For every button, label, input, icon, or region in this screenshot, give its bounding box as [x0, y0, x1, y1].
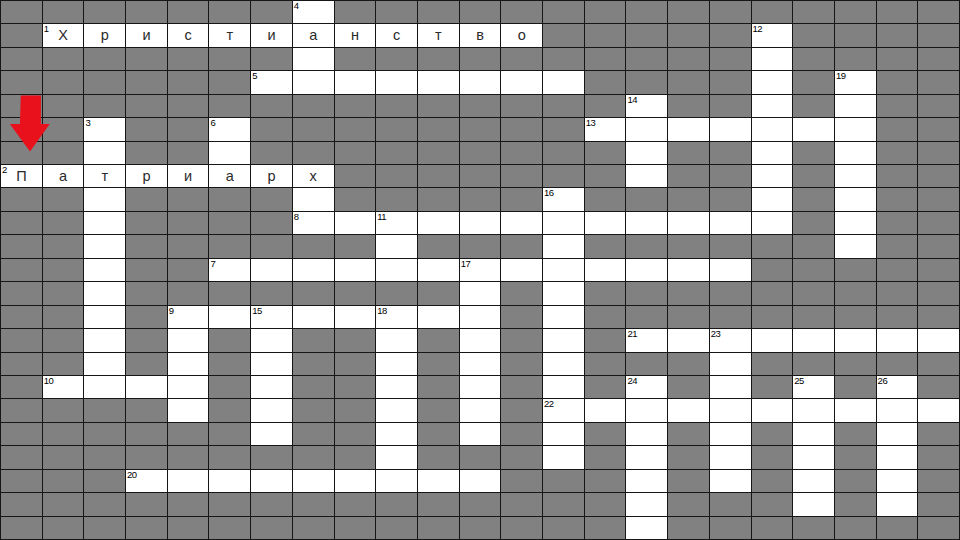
grid-cell[interactable] — [84, 353, 126, 376]
block-cell — [251, 493, 293, 516]
grid-cell[interactable] — [376, 399, 418, 422]
block-cell — [710, 24, 752, 47]
grid-cell[interactable] — [543, 306, 585, 329]
block-cell — [43, 235, 85, 258]
grid-cell[interactable] — [752, 71, 794, 94]
grid-cell[interactable] — [835, 212, 877, 235]
grid-cell[interactable] — [877, 399, 919, 422]
grid-cell[interactable]: т — [84, 165, 126, 188]
block-cell — [251, 282, 293, 305]
block-cell — [418, 399, 460, 422]
block-cell — [626, 306, 668, 329]
block-cell — [918, 235, 960, 258]
block-cell — [460, 118, 502, 141]
grid-cell[interactable]: 24 — [626, 376, 668, 399]
grid-cell[interactable]: т — [209, 24, 251, 47]
block-cell — [126, 235, 168, 258]
grid-cell[interactable] — [626, 423, 668, 446]
block-cell — [84, 423, 126, 446]
grid-cell[interactable] — [668, 118, 710, 141]
grid-cell[interactable] — [335, 259, 377, 282]
grid-cell[interactable] — [84, 235, 126, 258]
grid-cell[interactable] — [835, 329, 877, 352]
grid-cell[interactable]: х — [293, 165, 335, 188]
block-cell — [418, 329, 460, 352]
block-cell — [335, 493, 377, 516]
grid-cell[interactable] — [835, 142, 877, 165]
clue-number: 16 — [544, 188, 554, 198]
block-cell — [43, 493, 85, 516]
cell-letter: т — [209, 24, 250, 46]
grid-cell[interactable]: с — [376, 24, 418, 47]
block-cell — [918, 142, 960, 165]
block-cell — [43, 48, 85, 71]
grid-cell[interactable] — [543, 423, 585, 446]
block-cell — [126, 282, 168, 305]
grid-cell[interactable] — [376, 235, 418, 258]
block-cell — [293, 399, 335, 422]
grid-cell[interactable]: 13 — [585, 118, 627, 141]
block-cell — [543, 1, 585, 24]
block-cell — [626, 24, 668, 47]
block-cell — [43, 71, 85, 94]
grid-cell[interactable]: 6 — [209, 118, 251, 141]
grid-cell[interactable]: и — [168, 165, 210, 188]
block-cell — [376, 282, 418, 305]
grid-cell[interactable] — [626, 165, 668, 188]
grid-cell[interactable] — [793, 423, 835, 446]
block-cell — [335, 142, 377, 165]
grid-cell[interactable] — [543, 376, 585, 399]
grid-cell[interactable] — [710, 353, 752, 376]
grid-cell[interactable] — [168, 353, 210, 376]
block-cell — [43, 517, 85, 540]
grid-cell[interactable] — [251, 329, 293, 352]
block-cell — [626, 353, 668, 376]
grid-cell[interactable]: 3 — [84, 118, 126, 141]
block-cell — [918, 376, 960, 399]
cell-letter: р — [251, 165, 292, 187]
grid-cell[interactable] — [501, 212, 543, 235]
block-cell — [585, 376, 627, 399]
grid-cell[interactable] — [585, 259, 627, 282]
grid-cell[interactable] — [877, 493, 919, 516]
block-cell — [335, 165, 377, 188]
grid-cell[interactable]: 1Х — [43, 24, 85, 47]
block-cell — [293, 353, 335, 376]
grid-cell[interactable]: т — [418, 24, 460, 47]
grid-cell[interactable] — [168, 329, 210, 352]
block-cell — [752, 306, 794, 329]
grid-cell[interactable] — [793, 118, 835, 141]
grid-cell[interactable] — [710, 446, 752, 469]
grid-cell[interactable] — [376, 423, 418, 446]
grid-cell[interactable] — [877, 446, 919, 469]
grid-cell[interactable] — [460, 399, 502, 422]
block-cell — [84, 1, 126, 24]
grid-cell[interactable]: 12 — [752, 24, 794, 47]
block-cell — [668, 446, 710, 469]
block-cell — [126, 493, 168, 516]
block-cell — [126, 306, 168, 329]
grid-cell[interactable] — [710, 376, 752, 399]
grid-cell[interactable] — [752, 142, 794, 165]
grid-cell[interactable] — [710, 259, 752, 282]
block-cell — [543, 142, 585, 165]
clue-number: 5 — [252, 71, 257, 81]
grid-cell[interactable] — [710, 470, 752, 493]
grid-cell[interactable] — [543, 212, 585, 235]
grid-cell[interactable] — [460, 282, 502, 305]
block-cell — [752, 235, 794, 258]
grid-cell[interactable] — [418, 470, 460, 493]
block-cell — [335, 48, 377, 71]
block-cell — [376, 142, 418, 165]
grid-cell[interactable] — [335, 470, 377, 493]
grid-cell[interactable] — [84, 376, 126, 399]
grid-cell[interactable] — [585, 399, 627, 422]
grid-cell[interactable]: 2П — [1, 165, 43, 188]
block-cell — [918, 48, 960, 71]
grid-cell[interactable]: и — [126, 24, 168, 47]
block-cell — [1, 71, 43, 94]
block-cell — [835, 24, 877, 47]
block-cell — [668, 423, 710, 446]
grid-cell[interactable]: 9 — [168, 306, 210, 329]
grid-cell[interactable] — [543, 235, 585, 258]
block-cell — [918, 165, 960, 188]
grid-cell[interactable] — [376, 446, 418, 469]
block-cell — [501, 470, 543, 493]
block-cell — [918, 423, 960, 446]
grid-cell[interactable] — [376, 376, 418, 399]
cell-letter: р — [126, 165, 167, 187]
grid-cell[interactable] — [835, 165, 877, 188]
grid-cell[interactable] — [168, 399, 210, 422]
block-cell — [43, 118, 85, 141]
grid-cell[interactable]: 7 — [209, 259, 251, 282]
grid-cell[interactable] — [543, 446, 585, 469]
block-cell — [1, 517, 43, 540]
grid-cell[interactable]: 5 — [251, 71, 293, 94]
grid-cell[interactable] — [543, 71, 585, 94]
grid-cell[interactable] — [418, 306, 460, 329]
grid-cell[interactable]: 19 — [835, 71, 877, 94]
grid-cell[interactable] — [668, 212, 710, 235]
block-cell — [585, 1, 627, 24]
grid-cell[interactable] — [501, 71, 543, 94]
grid-cell[interactable] — [835, 188, 877, 211]
grid-cell[interactable] — [626, 399, 668, 422]
grid-cell[interactable] — [752, 95, 794, 118]
grid-cell[interactable] — [543, 259, 585, 282]
grid-cell[interactable]: р — [251, 165, 293, 188]
grid-cell[interactable]: 4 — [293, 1, 335, 24]
grid-cell[interactable] — [626, 212, 668, 235]
block-cell — [793, 48, 835, 71]
grid-cell[interactable] — [460, 376, 502, 399]
block-cell — [877, 282, 919, 305]
grid-cell[interactable]: 10 — [43, 376, 85, 399]
block-cell — [793, 71, 835, 94]
grid-cell[interactable] — [460, 470, 502, 493]
block-cell — [877, 48, 919, 71]
grid-cell[interactable] — [626, 446, 668, 469]
grid-cell[interactable] — [293, 71, 335, 94]
grid-cell[interactable] — [209, 142, 251, 165]
grid-cell[interactable] — [793, 329, 835, 352]
block-cell — [501, 306, 543, 329]
grid-cell[interactable] — [251, 376, 293, 399]
grid-cell[interactable] — [84, 142, 126, 165]
grid-cell[interactable]: 18 — [376, 306, 418, 329]
block-cell — [501, 399, 543, 422]
grid-cell[interactable] — [543, 329, 585, 352]
grid-cell[interactable] — [460, 329, 502, 352]
grid-cell[interactable] — [418, 212, 460, 235]
clue-number: 3 — [85, 118, 90, 128]
block-cell — [460, 142, 502, 165]
grid-cell[interactable]: а — [43, 165, 85, 188]
grid-cell[interactable] — [793, 470, 835, 493]
grid-cell[interactable] — [418, 259, 460, 282]
grid-cell[interactable] — [84, 306, 126, 329]
grid-cell[interactable] — [668, 329, 710, 352]
grid-cell[interactable] — [543, 353, 585, 376]
grid-cell[interactable]: 14 — [626, 95, 668, 118]
grid-cell[interactable] — [626, 470, 668, 493]
grid-cell[interactable] — [293, 188, 335, 211]
grid-cell[interactable]: 16 — [543, 188, 585, 211]
grid-cell[interactable] — [251, 353, 293, 376]
grid-cell[interactable] — [376, 353, 418, 376]
grid-cell[interactable] — [335, 71, 377, 94]
clue-number: 11 — [377, 212, 386, 222]
grid-cell[interactable] — [460, 306, 502, 329]
grid-cell[interactable] — [460, 71, 502, 94]
grid-cell[interactable] — [460, 423, 502, 446]
block-cell — [501, 165, 543, 188]
grid-cell[interactable]: н — [335, 24, 377, 47]
block-cell — [418, 188, 460, 211]
grid-cell[interactable]: 11 — [376, 212, 418, 235]
grid-cell[interactable] — [293, 306, 335, 329]
block-cell — [43, 446, 85, 469]
grid-cell[interactable] — [251, 399, 293, 422]
block-cell — [43, 306, 85, 329]
grid-cell[interactable]: а — [209, 165, 251, 188]
block-cell — [209, 517, 251, 540]
grid-cell[interactable] — [84, 212, 126, 235]
clue-number: 20 — [127, 470, 137, 480]
block-cell — [501, 329, 543, 352]
grid-cell[interactable] — [752, 329, 794, 352]
grid-cell[interactable] — [376, 71, 418, 94]
grid-cell[interactable] — [293, 259, 335, 282]
block-cell — [293, 142, 335, 165]
grid-cell[interactable] — [752, 399, 794, 422]
grid-cell[interactable] — [793, 446, 835, 469]
block-cell — [918, 493, 960, 516]
grid-cell[interactable] — [918, 399, 960, 422]
block-cell — [668, 235, 710, 258]
block-cell — [460, 1, 502, 24]
grid-cell[interactable] — [293, 470, 335, 493]
grid-cell[interactable] — [501, 259, 543, 282]
grid-cell[interactable]: 21 — [626, 329, 668, 352]
grid-cell[interactable]: 8 — [293, 212, 335, 235]
grid-cell[interactable] — [710, 212, 752, 235]
grid-cell[interactable]: 20 — [126, 470, 168, 493]
grid-cell[interactable] — [752, 188, 794, 211]
grid-cell[interactable] — [293, 48, 335, 71]
block-cell — [418, 517, 460, 540]
grid-cell[interactable] — [543, 282, 585, 305]
cell-letter: и — [168, 165, 209, 187]
grid-cell[interactable] — [126, 376, 168, 399]
cell-letter: н — [335, 24, 376, 46]
block-cell — [418, 48, 460, 71]
grid-cell[interactable]: с — [168, 24, 210, 47]
block-cell — [293, 423, 335, 446]
block-cell — [209, 446, 251, 469]
clue-number: 9 — [169, 306, 174, 316]
grid-cell[interactable] — [209, 306, 251, 329]
grid-cell[interactable] — [626, 517, 668, 540]
grid-cell[interactable]: 26 — [877, 376, 919, 399]
grid-cell[interactable] — [460, 212, 502, 235]
grid-cell[interactable] — [835, 118, 877, 141]
grid-cell[interactable] — [835, 235, 877, 258]
clue-number: 19 — [836, 71, 846, 81]
block-cell — [877, 1, 919, 24]
grid-cell[interactable] — [251, 470, 293, 493]
block-cell — [501, 493, 543, 516]
block-cell — [1, 306, 43, 329]
block-cell — [418, 376, 460, 399]
grid-cell[interactable] — [710, 118, 752, 141]
grid-cell[interactable] — [168, 376, 210, 399]
grid-cell[interactable]: 23 — [710, 329, 752, 352]
block-cell — [877, 212, 919, 235]
grid-cell[interactable]: 22 — [543, 399, 585, 422]
block-cell — [918, 1, 960, 24]
grid-cell[interactable] — [752, 165, 794, 188]
grid-cell[interactable] — [335, 306, 377, 329]
grid-cell[interactable] — [84, 188, 126, 211]
grid-cell[interactable]: р — [84, 24, 126, 47]
block-cell — [668, 376, 710, 399]
grid-cell[interactable] — [84, 259, 126, 282]
grid-cell[interactable] — [84, 329, 126, 352]
block-cell — [918, 71, 960, 94]
grid-cell[interactable] — [877, 423, 919, 446]
grid-cell[interactable] — [710, 423, 752, 446]
grid-cell[interactable] — [585, 212, 627, 235]
cell-letter: Х — [43, 24, 84, 46]
grid-cell[interactable] — [877, 470, 919, 493]
grid-cell[interactable] — [626, 118, 668, 141]
block-cell — [1, 470, 43, 493]
block-cell — [793, 24, 835, 47]
grid-cell[interactable] — [376, 470, 418, 493]
grid-cell[interactable] — [168, 470, 210, 493]
grid-cell[interactable] — [84, 282, 126, 305]
block-cell — [335, 282, 377, 305]
grid-cell[interactable]: и — [251, 24, 293, 47]
grid-cell[interactable] — [793, 399, 835, 422]
block-cell — [835, 493, 877, 516]
grid-cell[interactable] — [918, 329, 960, 352]
block-cell — [752, 353, 794, 376]
clue-number: 12 — [753, 24, 763, 34]
block-cell — [668, 470, 710, 493]
grid-cell[interactable] — [752, 48, 794, 71]
block-cell — [501, 282, 543, 305]
block-cell — [43, 470, 85, 493]
block-cell — [418, 235, 460, 258]
block-cell — [835, 353, 877, 376]
grid-cell[interactable] — [251, 423, 293, 446]
grid-cell[interactable] — [251, 259, 293, 282]
grid-cell[interactable] — [209, 470, 251, 493]
grid-cell[interactable] — [335, 212, 377, 235]
grid-cell[interactable] — [376, 329, 418, 352]
grid-cell[interactable]: 25 — [793, 376, 835, 399]
block-cell — [585, 470, 627, 493]
block-cell — [1, 1, 43, 24]
block-cell — [710, 1, 752, 24]
grid-cell[interactable] — [710, 399, 752, 422]
block-cell — [668, 493, 710, 516]
grid-cell[interactable] — [626, 259, 668, 282]
block-cell — [1, 446, 43, 469]
cell-letter: а — [293, 24, 334, 46]
grid-cell[interactable] — [793, 493, 835, 516]
grid-cell[interactable] — [626, 493, 668, 516]
grid-cell[interactable] — [418, 71, 460, 94]
block-cell — [501, 95, 543, 118]
grid-cell[interactable] — [376, 259, 418, 282]
block-cell — [501, 118, 543, 141]
grid-cell[interactable]: 17 — [460, 259, 502, 282]
grid-cell[interactable] — [460, 353, 502, 376]
grid-cell[interactable]: 15 — [251, 306, 293, 329]
block-cell — [209, 423, 251, 446]
grid-cell[interactable]: о — [501, 24, 543, 47]
grid-cell[interactable]: р — [126, 165, 168, 188]
block-cell — [168, 71, 210, 94]
block-cell — [376, 48, 418, 71]
grid-cell[interactable] — [626, 142, 668, 165]
block-cell — [585, 165, 627, 188]
block-cell — [293, 376, 335, 399]
grid-cell[interactable] — [877, 329, 919, 352]
grid-cell[interactable] — [668, 399, 710, 422]
grid-cell[interactable]: а — [293, 24, 335, 47]
clue-number: 13 — [586, 118, 596, 128]
grid-cell[interactable]: в — [460, 24, 502, 47]
block-cell — [168, 446, 210, 469]
block-cell — [84, 470, 126, 493]
grid-cell[interactable] — [752, 118, 794, 141]
block-cell — [918, 353, 960, 376]
grid-cell[interactable] — [752, 212, 794, 235]
grid-cell[interactable] — [835, 399, 877, 422]
block-cell — [626, 188, 668, 211]
grid-cell[interactable] — [668, 259, 710, 282]
grid-cell[interactable] — [835, 95, 877, 118]
